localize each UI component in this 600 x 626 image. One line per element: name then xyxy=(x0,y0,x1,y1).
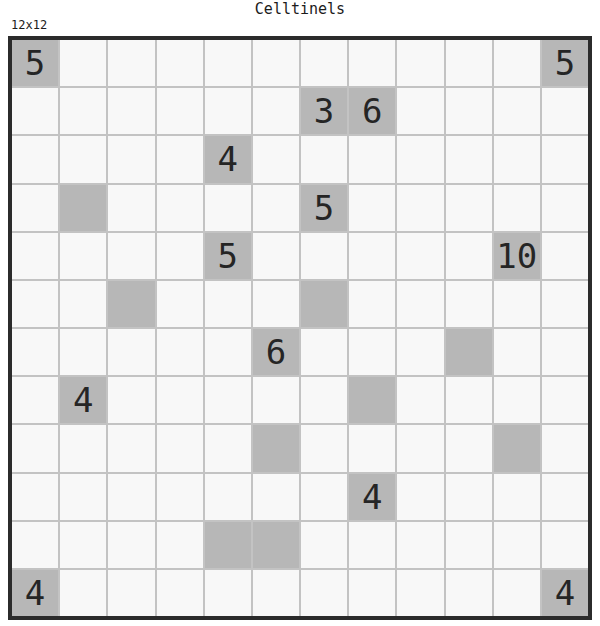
cell-r1c11[interactable] xyxy=(494,40,540,86)
cell-r5c8[interactable] xyxy=(349,233,395,279)
cell-r2c3[interactable] xyxy=(108,88,154,134)
puzzle-title: Celltinels xyxy=(0,1,600,17)
cell-r5c12[interactable] xyxy=(542,233,588,279)
cell-r7c8[interactable] xyxy=(349,329,395,375)
cell-r8c7[interactable] xyxy=(301,377,347,423)
cell-r5c11-clue: 10 xyxy=(494,233,540,279)
cell-r7c12[interactable] xyxy=(542,329,588,375)
cell-r8c3[interactable] xyxy=(108,377,154,423)
cell-r11c7[interactable] xyxy=(301,522,347,568)
puzzle-page: Celltinels 12x12 55364551064444 xyxy=(0,0,600,626)
cell-r11c2[interactable] xyxy=(60,522,106,568)
cell-r11c8[interactable] xyxy=(349,522,395,568)
cell-r9c2[interactable] xyxy=(60,425,106,471)
cell-r2c10[interactable] xyxy=(446,88,492,134)
cell-r1c3[interactable] xyxy=(108,40,154,86)
cell-r6c2[interactable] xyxy=(60,281,106,327)
cell-r3c9[interactable] xyxy=(397,136,443,182)
cell-r4c9[interactable] xyxy=(397,185,443,231)
cell-r7c7[interactable] xyxy=(301,329,347,375)
cell-r10c2[interactable] xyxy=(60,474,106,520)
cell-r7c2[interactable] xyxy=(60,329,106,375)
cell-r5c9[interactable] xyxy=(397,233,443,279)
cell-r10c10[interactable] xyxy=(446,474,492,520)
cell-r6c7-shaded xyxy=(301,281,347,327)
cell-r9c8[interactable] xyxy=(349,425,395,471)
cell-r6c9[interactable] xyxy=(397,281,443,327)
cell-r2c6[interactable] xyxy=(253,88,299,134)
cell-r11c10[interactable] xyxy=(446,522,492,568)
cell-r2c12[interactable] xyxy=(542,88,588,134)
cell-r3c1[interactable] xyxy=(12,136,58,182)
cell-r1c4[interactable] xyxy=(157,40,203,86)
cell-r8c11[interactable] xyxy=(494,377,540,423)
cell-r8c12[interactable] xyxy=(542,377,588,423)
cell-r11c4[interactable] xyxy=(157,522,203,568)
cell-r7c3[interactable] xyxy=(108,329,154,375)
cell-r11c6-shaded xyxy=(253,522,299,568)
cell-r4c8[interactable] xyxy=(349,185,395,231)
cell-r10c4[interactable] xyxy=(157,474,203,520)
cell-r5c7[interactable] xyxy=(301,233,347,279)
cell-r3c10[interactable] xyxy=(446,136,492,182)
cell-r9c6-shaded xyxy=(253,425,299,471)
cell-r9c5[interactable] xyxy=(205,425,251,471)
cell-r3c12[interactable] xyxy=(542,136,588,182)
puzzle-board: 55364551064444 xyxy=(8,36,592,620)
cell-r6c8[interactable] xyxy=(349,281,395,327)
cell-r1c1-clue: 5 xyxy=(12,40,58,86)
cell-r12c7[interactable] xyxy=(301,570,347,616)
cell-r12c8[interactable] xyxy=(349,570,395,616)
cell-r2c9[interactable] xyxy=(397,88,443,134)
cell-r4c10[interactable] xyxy=(446,185,492,231)
cell-r3c4[interactable] xyxy=(157,136,203,182)
cell-r6c12[interactable] xyxy=(542,281,588,327)
size-label: 12x12 xyxy=(11,18,47,32)
cell-r11c1[interactable] xyxy=(12,522,58,568)
cell-r1c8[interactable] xyxy=(349,40,395,86)
cell-r10c3[interactable] xyxy=(108,474,154,520)
cell-r3c6[interactable] xyxy=(253,136,299,182)
cell-r10c12[interactable] xyxy=(542,474,588,520)
cell-r3c11[interactable] xyxy=(494,136,540,182)
cell-r9c12[interactable] xyxy=(542,425,588,471)
cell-r6c1[interactable] xyxy=(12,281,58,327)
cell-r4c2-shaded xyxy=(60,185,106,231)
cell-r3c2[interactable] xyxy=(60,136,106,182)
cell-r3c5-clue: 4 xyxy=(205,136,251,182)
cell-r6c10[interactable] xyxy=(446,281,492,327)
cell-r10c5[interactable] xyxy=(205,474,251,520)
cell-r5c2[interactable] xyxy=(60,233,106,279)
cell-r5c5-clue: 5 xyxy=(205,233,251,279)
cell-r7c5[interactable] xyxy=(205,329,251,375)
cell-r2c11[interactable] xyxy=(494,88,540,134)
cell-r12c5[interactable] xyxy=(205,570,251,616)
cell-r12c2[interactable] xyxy=(60,570,106,616)
cell-r7c11[interactable] xyxy=(494,329,540,375)
cell-r12c11[interactable] xyxy=(494,570,540,616)
cell-r1c10[interactable] xyxy=(446,40,492,86)
cell-r4c7-clue: 5 xyxy=(301,185,347,231)
cell-r11c11[interactable] xyxy=(494,522,540,568)
cell-r3c8[interactable] xyxy=(349,136,395,182)
cell-r8c1[interactable] xyxy=(12,377,58,423)
cell-r7c9[interactable] xyxy=(397,329,443,375)
cell-r12c10[interactable] xyxy=(446,570,492,616)
cell-r11c12[interactable] xyxy=(542,522,588,568)
cell-r5c6[interactable] xyxy=(253,233,299,279)
cell-r2c1[interactable] xyxy=(12,88,58,134)
cell-r8c10[interactable] xyxy=(446,377,492,423)
cell-r6c6[interactable] xyxy=(253,281,299,327)
cell-r10c9[interactable] xyxy=(397,474,443,520)
cell-r1c6[interactable] xyxy=(253,40,299,86)
cell-r8c5[interactable] xyxy=(205,377,251,423)
cell-r4c1[interactable] xyxy=(12,185,58,231)
cell-r4c12[interactable] xyxy=(542,185,588,231)
cell-r9c11-shaded xyxy=(494,425,540,471)
cell-r1c5[interactable] xyxy=(205,40,251,86)
cell-r9c3[interactable] xyxy=(108,425,154,471)
cell-r4c11[interactable] xyxy=(494,185,540,231)
cell-r10c11[interactable] xyxy=(494,474,540,520)
cell-r9c9[interactable] xyxy=(397,425,443,471)
cell-r5c3[interactable] xyxy=(108,233,154,279)
cell-r2c5[interactable] xyxy=(205,88,251,134)
cell-r7c4[interactable] xyxy=(157,329,203,375)
cell-r4c5[interactable] xyxy=(205,185,251,231)
cell-r1c9[interactable] xyxy=(397,40,443,86)
cell-r12c4[interactable] xyxy=(157,570,203,616)
cell-r1c2[interactable] xyxy=(60,40,106,86)
cell-r4c4[interactable] xyxy=(157,185,203,231)
cell-r4c6[interactable] xyxy=(253,185,299,231)
cell-r2c4[interactable] xyxy=(157,88,203,134)
cell-r9c10[interactable] xyxy=(446,425,492,471)
cell-r10c8-clue: 4 xyxy=(349,474,395,520)
cell-r8c6[interactable] xyxy=(253,377,299,423)
cell-r2c2[interactable] xyxy=(60,88,106,134)
cell-r9c4[interactable] xyxy=(157,425,203,471)
cell-r5c1[interactable] xyxy=(12,233,58,279)
cell-r12c12-clue: 4 xyxy=(542,570,588,616)
cell-r6c3-shaded xyxy=(108,281,154,327)
cell-r9c1[interactable] xyxy=(12,425,58,471)
cell-r3c7[interactable] xyxy=(301,136,347,182)
cell-r6c11[interactable] xyxy=(494,281,540,327)
cell-r1c12-clue: 5 xyxy=(542,40,588,86)
cell-r10c6[interactable] xyxy=(253,474,299,520)
cell-r10c1[interactable] xyxy=(12,474,58,520)
cell-r2c8-clue: 6 xyxy=(349,88,395,134)
cell-r5c4[interactable] xyxy=(157,233,203,279)
cell-r7c6-clue: 6 xyxy=(253,329,299,375)
cell-r3c3[interactable] xyxy=(108,136,154,182)
cell-r8c9[interactable] xyxy=(397,377,443,423)
cell-r8c8-shaded xyxy=(349,377,395,423)
cell-r12c1-clue: 4 xyxy=(12,570,58,616)
cell-r5c10[interactable] xyxy=(446,233,492,279)
cell-r11c5-shaded xyxy=(205,522,251,568)
cell-r12c6[interactable] xyxy=(253,570,299,616)
cell-r6c5[interactable] xyxy=(205,281,251,327)
cell-r9c7[interactable] xyxy=(301,425,347,471)
cell-r8c2-clue: 4 xyxy=(60,377,106,423)
cell-r1c7[interactable] xyxy=(301,40,347,86)
cell-r8c4[interactable] xyxy=(157,377,203,423)
cell-r11c3[interactable] xyxy=(108,522,154,568)
cell-r12c9[interactable] xyxy=(397,570,443,616)
cell-r12c3[interactable] xyxy=(108,570,154,616)
cell-r11c9[interactable] xyxy=(397,522,443,568)
cell-r7c10-shaded xyxy=(446,329,492,375)
cell-r10c7[interactable] xyxy=(301,474,347,520)
cell-r4c3[interactable] xyxy=(108,185,154,231)
cell-r2c7-clue: 3 xyxy=(301,88,347,134)
cell-r7c1[interactable] xyxy=(12,329,58,375)
cell-r6c4[interactable] xyxy=(157,281,203,327)
